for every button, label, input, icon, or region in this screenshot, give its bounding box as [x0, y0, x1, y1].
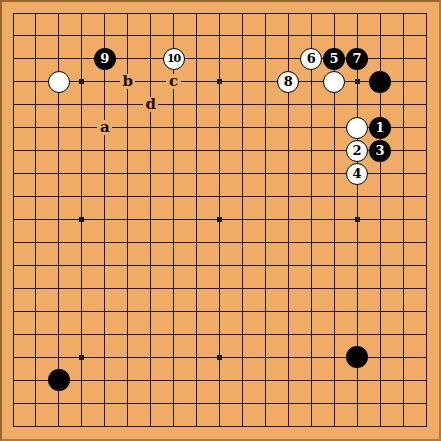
black-stone-move-7: 7 [346, 48, 368, 70]
board-intersection [323, 70, 346, 93]
white-stone-move-2: 2 [346, 140, 368, 162]
black-stone-move-3: 3 [369, 140, 391, 162]
board-intersection: 3 [369, 139, 392, 162]
move-number: 3 [375, 144, 384, 157]
black-stone-move-1: 1 [369, 117, 391, 139]
board-intersection: c [162, 70, 185, 93]
move-number: 7 [353, 52, 362, 65]
board-intersection [47, 369, 70, 392]
white-stone-move-8: 8 [277, 71, 299, 93]
white-stone-move-4: 4 [346, 163, 368, 185]
move-number: 1 [375, 121, 384, 134]
black-stone [48, 369, 70, 391]
white-stone [323, 71, 345, 93]
board-letter-c: c [166, 74, 181, 89]
board-intersection [369, 70, 392, 93]
board-letter-b: b [120, 74, 135, 89]
board-intersection: 8 [277, 70, 300, 93]
board-intersection: b [116, 70, 139, 93]
move-number: 4 [353, 167, 362, 180]
white-stone [346, 117, 368, 139]
board-intersection: 4 [346, 162, 369, 185]
white-stone [48, 71, 70, 93]
board-intersection: a [93, 116, 116, 139]
board-intersection [346, 116, 369, 139]
board-intersection: 7 [346, 47, 369, 70]
board-intersection: 10 [162, 47, 185, 70]
board-intersection: 9 [93, 47, 116, 70]
board-intersection: d [139, 93, 162, 116]
black-stone [369, 71, 391, 93]
move-number: 5 [330, 52, 339, 65]
go-board: abcd12345678910 [0, 0, 441, 441]
move-number: 10 [167, 53, 180, 64]
black-stone [346, 346, 368, 368]
board-intersection: 1 [369, 116, 392, 139]
white-stone-move-10: 10 [163, 48, 185, 70]
black-stone-move-5: 5 [323, 48, 345, 70]
black-stone-move-9: 9 [94, 48, 116, 70]
board-intersection [346, 346, 369, 369]
board-intersection [47, 70, 70, 93]
board-letter-d: d [143, 97, 158, 112]
board-intersection: 6 [300, 47, 323, 70]
board-intersection: 5 [323, 47, 346, 70]
move-number: 2 [353, 144, 362, 157]
board-letter-a: a [97, 120, 112, 135]
move-number: 6 [307, 52, 316, 65]
move-number: 8 [284, 75, 293, 88]
white-stone-move-6: 6 [300, 48, 322, 70]
move-number: 9 [100, 52, 109, 65]
board-intersection: 2 [346, 139, 369, 162]
board-cells: abcd12345678910 [2, 2, 438, 438]
